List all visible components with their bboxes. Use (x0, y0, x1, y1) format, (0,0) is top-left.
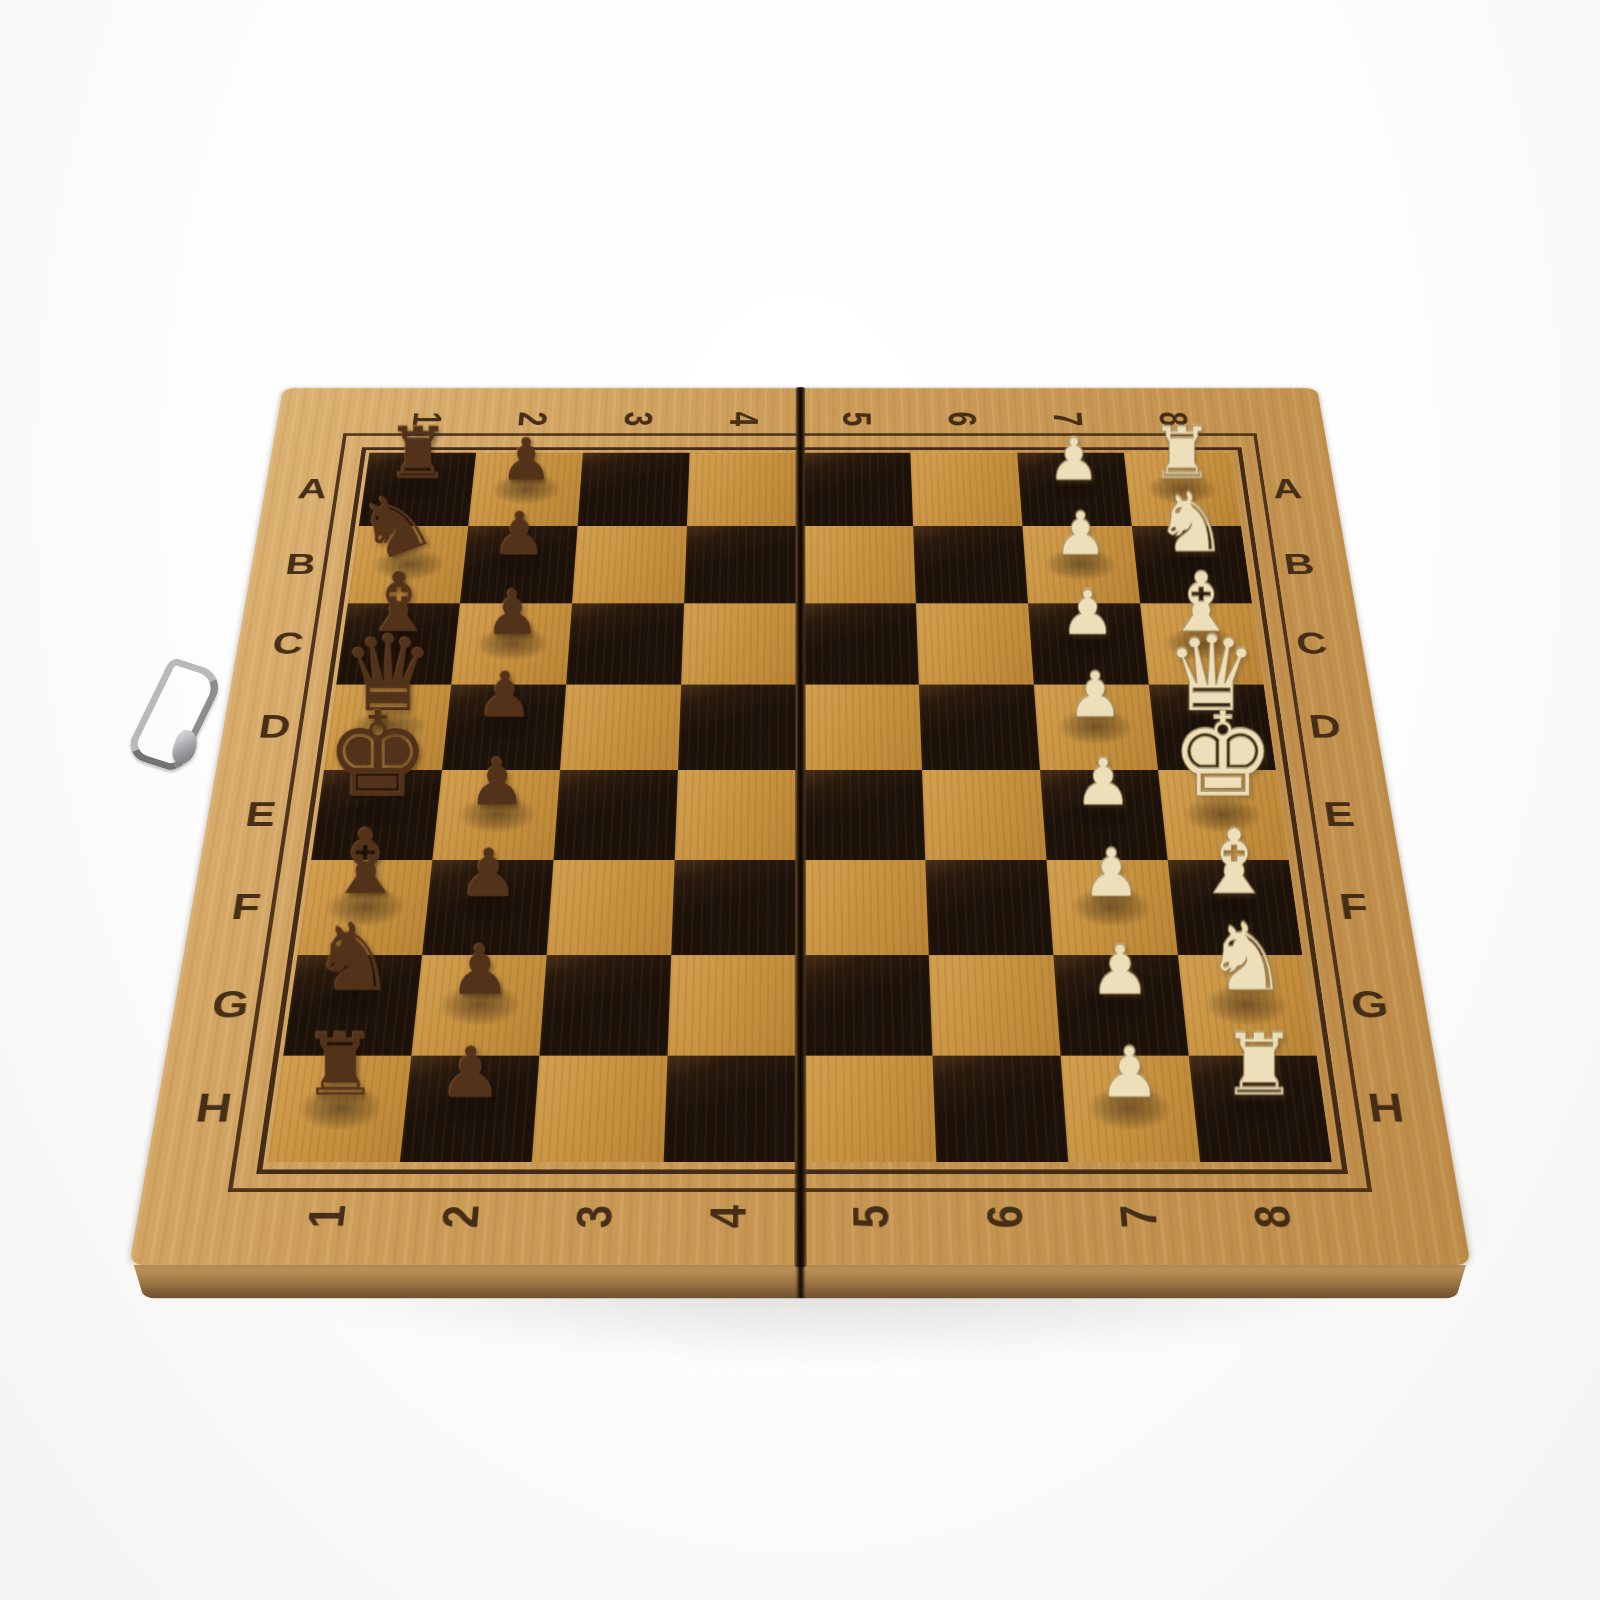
dark-pawn-glyph: ♟ (468, 750, 526, 815)
square-g6[interactable] (929, 955, 1061, 1055)
square-g3[interactable] (539, 955, 671, 1055)
label-file-left-h: H (193, 1086, 235, 1131)
board-face: ABCDEFGHABCDEFGH1234567812345678 ♜♟♟♜♞♟♟… (129, 388, 1471, 1265)
dark-king-glyph: ♚ (325, 697, 430, 815)
square-b6[interactable] (913, 526, 1028, 603)
label-rank-top-2: 2 (509, 412, 555, 427)
label-file-right-a: A (1270, 473, 1304, 504)
label-rank-bottom-6: 6 (976, 1205, 1034, 1228)
label-rank-bottom-7: 7 (1110, 1205, 1169, 1228)
square-c2[interactable] (451, 603, 572, 684)
light-pawn-glyph: ♟ (1081, 840, 1141, 907)
label-rank-top-7: 7 (1045, 412, 1091, 427)
piece-dark-pawn-h2[interactable]: ♟ (400, 1056, 540, 1162)
label-file-right-b: B (1282, 548, 1317, 581)
label-file-right-g: G (1348, 984, 1391, 1027)
square-g4[interactable] (668, 955, 796, 1055)
label-file-left-e: E (243, 795, 279, 833)
dark-knight-glyph: ♞ (311, 910, 395, 1004)
square-c3[interactable] (566, 603, 684, 684)
square-f4[interactable] (671, 860, 796, 955)
dark-rook-glyph: ♜ (302, 1022, 379, 1108)
label-file-left-d: D (256, 709, 293, 745)
light-king-glyph: ♚ (1170, 697, 1275, 815)
label-file-right-e: E (1321, 795, 1357, 833)
square-e3[interactable] (554, 770, 678, 860)
square-b8[interactable] (1132, 526, 1252, 603)
dark-pawn-glyph: ♟ (439, 1038, 502, 1108)
square-a5[interactable] (804, 453, 913, 527)
piece-light-pawn-h7[interactable]: ♟ (1061, 1056, 1201, 1162)
square-c5[interactable] (804, 603, 919, 684)
square-f6[interactable] (925, 860, 1053, 955)
light-pawn-glyph: ♟ (1074, 750, 1132, 815)
label-file-left-g: G (209, 984, 252, 1027)
square-h4[interactable] (664, 1056, 796, 1162)
light-knight-glyph: ♞ (1204, 910, 1288, 1004)
light-rook-glyph: ♜ (1221, 1022, 1298, 1108)
square-b2[interactable] (460, 526, 578, 603)
chess-board: ABCDEFGHABCDEFGH1234567812345678 ♜♟♟♜♞♟♟… (129, 388, 1471, 1265)
square-b3[interactable] (572, 526, 687, 603)
square-a2[interactable] (468, 453, 583, 527)
square-b1[interactable] (348, 526, 468, 603)
label-rank-top-1: 1 (404, 412, 451, 427)
square-d5[interactable] (804, 685, 922, 770)
square-h3[interactable] (532, 1056, 668, 1162)
square-b7[interactable] (1022, 526, 1140, 603)
label-rank-bottom-2: 2 (431, 1205, 490, 1228)
label-file-right-h: H (1365, 1086, 1407, 1131)
square-d4[interactable] (678, 685, 796, 770)
board-side-edge (134, 1265, 1466, 1298)
square-a1[interactable] (359, 453, 476, 527)
dark-bishop-glyph: ♝ (326, 817, 406, 907)
label-file-left-a: A (296, 473, 330, 504)
square-c1[interactable] (336, 603, 460, 684)
square-f5[interactable] (804, 860, 929, 955)
square-g5[interactable] (804, 955, 932, 1055)
label-file-left-f: F (229, 887, 263, 927)
square-d6[interactable] (919, 685, 1040, 770)
square-b5[interactable] (804, 526, 916, 603)
label-file-right-f: F (1337, 887, 1371, 927)
label-rank-bottom-3: 3 (566, 1205, 624, 1228)
label-rank-bottom-8: 8 (1243, 1205, 1303, 1228)
light-pawn-glyph: ♟ (1089, 936, 1150, 1005)
dark-pawn-glyph: ♟ (459, 840, 519, 907)
square-e4[interactable] (675, 770, 796, 860)
square-a3[interactable] (578, 453, 690, 527)
label-rank-top-6: 6 (939, 412, 985, 427)
square-a8[interactable] (1124, 453, 1241, 527)
label-rank-top-4: 4 (721, 412, 766, 427)
square-b4[interactable] (684, 526, 796, 603)
label-rank-bottom-1: 1 (297, 1205, 357, 1228)
square-d3[interactable] (560, 685, 681, 770)
square-e5[interactable] (804, 770, 925, 860)
piece-light-rook-h8[interactable]: ♜ (1189, 1056, 1332, 1162)
square-e6[interactable] (922, 770, 1046, 860)
square-c4[interactable] (681, 603, 796, 684)
piece-dark-rook-h1[interactable]: ♜ (268, 1056, 411, 1162)
label-rank-top-3: 3 (615, 412, 661, 427)
light-bishop-glyph: ♝ (1194, 817, 1274, 907)
light-pawn-glyph: ♟ (1098, 1038, 1161, 1108)
label-file-right-c: C (1294, 626, 1330, 660)
square-h5[interactable] (804, 1056, 936, 1162)
square-f3[interactable] (547, 860, 675, 955)
metal-clasp-icon (128, 652, 210, 788)
square-a4[interactable] (687, 453, 796, 527)
label-file-right-d: D (1307, 709, 1344, 745)
label-file-left-c: C (270, 626, 306, 660)
square-c8[interactable] (1140, 603, 1264, 684)
square-h6[interactable] (932, 1056, 1068, 1162)
product-photo-scene: ABCDEFGHABCDEFGH1234567812345678 ♜♟♟♜♞♟♟… (0, 0, 1600, 1600)
square-a6[interactable] (910, 453, 1022, 527)
label-file-left-b: B (283, 548, 318, 581)
square-a7[interactable] (1017, 453, 1132, 527)
dark-pawn-glyph: ♟ (449, 936, 510, 1005)
square-c6[interactable] (916, 603, 1034, 684)
label-rank-top-5: 5 (834, 412, 879, 427)
label-rank-top-8: 8 (1150, 412, 1197, 427)
square-c7[interactable] (1028, 603, 1149, 684)
label-rank-bottom-5: 5 (843, 1205, 900, 1228)
label-rank-bottom-4: 4 (700, 1205, 757, 1228)
